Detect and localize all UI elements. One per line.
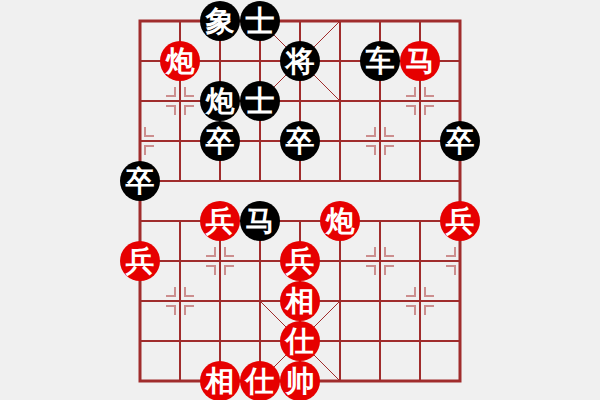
piece-black-soldier[interactable]: 卒	[120, 161, 160, 201]
piece-black-soldier[interactable]: 卒	[280, 121, 320, 161]
xiangqi-board[interactable]: 象士炮将车马炮士卒卒卒卒兵马炮兵兵兵相仕相仕帅	[0, 0, 600, 400]
piece-black-cannon[interactable]: 炮	[200, 81, 240, 121]
piece-black-chariot[interactable]: 车	[360, 41, 400, 81]
piece-red-soldier[interactable]: 兵	[200, 201, 240, 241]
piece-black-soldier[interactable]: 卒	[200, 121, 240, 161]
piece-black-horse[interactable]: 马	[240, 201, 280, 241]
pieces-layer: 象士炮将车马炮士卒卒卒卒兵马炮兵兵兵相仕相仕帅	[0, 0, 600, 400]
piece-red-horse[interactable]: 马	[400, 41, 440, 81]
piece-black-soldier[interactable]: 卒	[440, 121, 480, 161]
piece-red-cannon[interactable]: 炮	[320, 201, 360, 241]
piece-red-general[interactable]: 帅	[280, 361, 320, 400]
piece-black-advisor[interactable]: 士	[240, 81, 280, 121]
piece-red-soldier[interactable]: 兵	[280, 241, 320, 281]
piece-red-elephant[interactable]: 相	[200, 361, 240, 400]
piece-red-soldier[interactable]: 兵	[120, 241, 160, 281]
piece-red-advisor[interactable]: 仕	[240, 361, 280, 400]
piece-black-advisor[interactable]: 士	[240, 1, 280, 41]
piece-red-advisor[interactable]: 仕	[280, 321, 320, 361]
piece-red-soldier[interactable]: 兵	[440, 201, 480, 241]
piece-red-cannon[interactable]: 炮	[160, 41, 200, 81]
piece-red-elephant[interactable]: 相	[280, 281, 320, 321]
piece-black-general[interactable]: 将	[280, 41, 320, 81]
piece-black-elephant[interactable]: 象	[200, 1, 240, 41]
